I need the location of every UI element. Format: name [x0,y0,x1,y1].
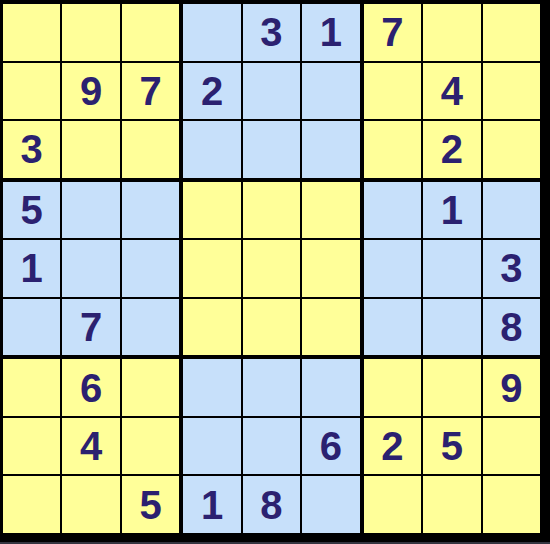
box-1-1: 973 [3,4,179,178]
box-2-3: 138 [364,182,540,356]
cell-r8c5[interactable] [243,418,300,475]
cell-r6c6[interactable] [302,299,359,356]
cell-r4c6[interactable] [302,182,359,239]
cell-r5c6[interactable] [302,240,359,297]
cell-r9c1[interactable] [3,476,60,533]
cell-r4c7[interactable] [364,182,421,239]
cell-r4c5[interactable] [243,182,300,239]
cell-r2c4[interactable]: 2 [183,63,240,120]
cell-r1c8[interactable] [423,4,480,61]
cell-r8c2[interactable]: 4 [62,418,119,475]
cell-r8c8[interactable]: 5 [423,418,480,475]
cell-r3c9[interactable] [483,121,540,178]
cell-r7c9[interactable]: 9 [483,359,540,416]
cell-r1c6[interactable]: 1 [302,4,359,61]
cell-r5c5[interactable] [243,240,300,297]
cell-r8c9[interactable] [483,418,540,475]
cell-r1c4[interactable] [183,4,240,61]
cell-r4c2[interactable] [62,182,119,239]
box-1-2: 312 [183,4,359,178]
cell-r5c7[interactable] [364,240,421,297]
cell-r2c1[interactable] [3,63,60,120]
cell-r7c7[interactable] [364,359,421,416]
cell-r9c6[interactable] [302,476,359,533]
cell-r3c8[interactable]: 2 [423,121,480,178]
cell-r5c2[interactable] [62,240,119,297]
cell-r8c7[interactable]: 2 [364,418,421,475]
cell-r6c1[interactable] [3,299,60,356]
sudoku-board: 973312742517138645618925 [3,4,540,533]
cell-r9c3[interactable]: 5 [122,476,179,533]
cell-r5c8[interactable] [423,240,480,297]
cell-r2c7[interactable] [364,63,421,120]
cell-r4c3[interactable] [122,182,179,239]
cell-r2c2[interactable]: 9 [62,63,119,120]
cell-r9c2[interactable] [62,476,119,533]
cell-r4c9[interactable] [483,182,540,239]
cell-r4c8[interactable]: 1 [423,182,480,239]
cell-r9c5[interactable]: 8 [243,476,300,533]
cell-r2c9[interactable] [483,63,540,120]
cell-r2c5[interactable] [243,63,300,120]
cell-r6c3[interactable] [122,299,179,356]
cell-r6c8[interactable] [423,299,480,356]
cell-r7c2[interactable]: 6 [62,359,119,416]
cell-r7c6[interactable] [302,359,359,416]
cell-r3c5[interactable] [243,121,300,178]
cell-r1c3[interactable] [122,4,179,61]
cell-r6c2[interactable]: 7 [62,299,119,356]
cell-r9c9[interactable] [483,476,540,533]
cell-r4c4[interactable] [183,182,240,239]
cell-r8c1[interactable] [3,418,60,475]
cell-r3c4[interactable] [183,121,240,178]
cell-r9c8[interactable] [423,476,480,533]
box-2-2 [183,182,359,356]
cell-r8c4[interactable] [183,418,240,475]
cell-r1c2[interactable] [62,4,119,61]
box-3-2: 618 [183,359,359,533]
cell-r7c3[interactable] [122,359,179,416]
cell-r1c7[interactable]: 7 [364,4,421,61]
box-3-3: 925 [364,359,540,533]
box-3-1: 645 [3,359,179,533]
cell-r3c2[interactable] [62,121,119,178]
cell-r6c9[interactable]: 8 [483,299,540,356]
cell-r7c8[interactable] [423,359,480,416]
cell-r2c6[interactable] [302,63,359,120]
cell-r3c3[interactable] [122,121,179,178]
cell-r6c4[interactable] [183,299,240,356]
cell-r7c1[interactable] [3,359,60,416]
cell-r7c4[interactable] [183,359,240,416]
cell-r2c3[interactable]: 7 [122,63,179,120]
box-1-3: 742 [364,4,540,178]
cell-r1c1[interactable] [3,4,60,61]
box-2-1: 517 [3,182,179,356]
cell-r4c1[interactable]: 5 [3,182,60,239]
cell-r1c9[interactable] [483,4,540,61]
cell-r1c5[interactable]: 3 [243,4,300,61]
cell-r8c3[interactable] [122,418,179,475]
cell-r5c9[interactable]: 3 [483,240,540,297]
cell-r5c4[interactable] [183,240,240,297]
cell-r2c8[interactable]: 4 [423,63,480,120]
cell-r8c6[interactable]: 6 [302,418,359,475]
cell-r3c1[interactable]: 3 [3,121,60,178]
cell-r7c5[interactable] [243,359,300,416]
cell-r6c5[interactable] [243,299,300,356]
cell-r3c7[interactable] [364,121,421,178]
cell-r9c7[interactable] [364,476,421,533]
cell-r9c4[interactable]: 1 [183,476,240,533]
cell-r5c3[interactable] [122,240,179,297]
board-frame: 973312742517138645618925 [0,0,550,544]
cell-r3c6[interactable] [302,121,359,178]
cell-r6c7[interactable] [364,299,421,356]
cell-r5c1[interactable]: 1 [3,240,60,297]
